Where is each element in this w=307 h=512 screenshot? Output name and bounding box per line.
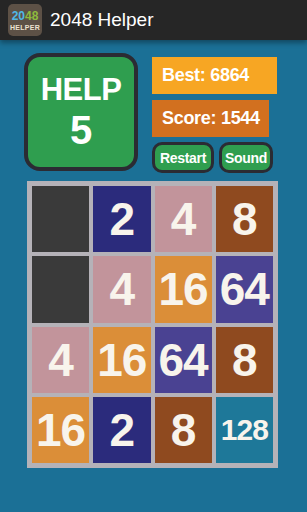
- tile-4: 4: [32, 327, 89, 393]
- sound-button[interactable]: Sound: [219, 142, 273, 173]
- app-title: 2048 Helper: [50, 9, 154, 31]
- tile-4: 4: [93, 256, 150, 322]
- tile-128: 128: [216, 397, 273, 463]
- tile-2: 2: [93, 397, 150, 463]
- restart-button[interactable]: Restart: [152, 142, 214, 173]
- title-bar: 2048 HELPER 2048 Helper: [0, 0, 307, 40]
- app-icon: 2048 HELPER: [8, 4, 42, 36]
- tile-2: 2: [93, 186, 150, 252]
- score-display: Score: 1544: [152, 100, 269, 137]
- tile-16: 16: [155, 256, 212, 322]
- tile-64: 64: [216, 256, 273, 322]
- tile-8: 8: [155, 397, 212, 463]
- app-screen: 2048 HELPER 2048 Helper HELP 5 Best: 686…: [0, 0, 307, 512]
- help-button[interactable]: HELP 5: [24, 53, 138, 171]
- tile-8: 8: [216, 327, 273, 393]
- tile-empty: [32, 256, 89, 322]
- help-button-label: HELP: [41, 72, 122, 108]
- tile-4: 4: [155, 186, 212, 252]
- app-icon-2048-text: 2048: [12, 10, 39, 22]
- best-score-display: Best: 6864: [152, 57, 277, 94]
- app-icon-helper-text: HELPER: [10, 24, 40, 31]
- tile-empty: [32, 186, 89, 252]
- tile-8: 8: [216, 186, 273, 252]
- tile-64: 64: [155, 327, 212, 393]
- tile-16: 16: [32, 397, 89, 463]
- tile-16: 16: [93, 327, 150, 393]
- game-board[interactable]: 248416644166481628128: [27, 181, 278, 468]
- help-remaining-count: 5: [70, 108, 92, 152]
